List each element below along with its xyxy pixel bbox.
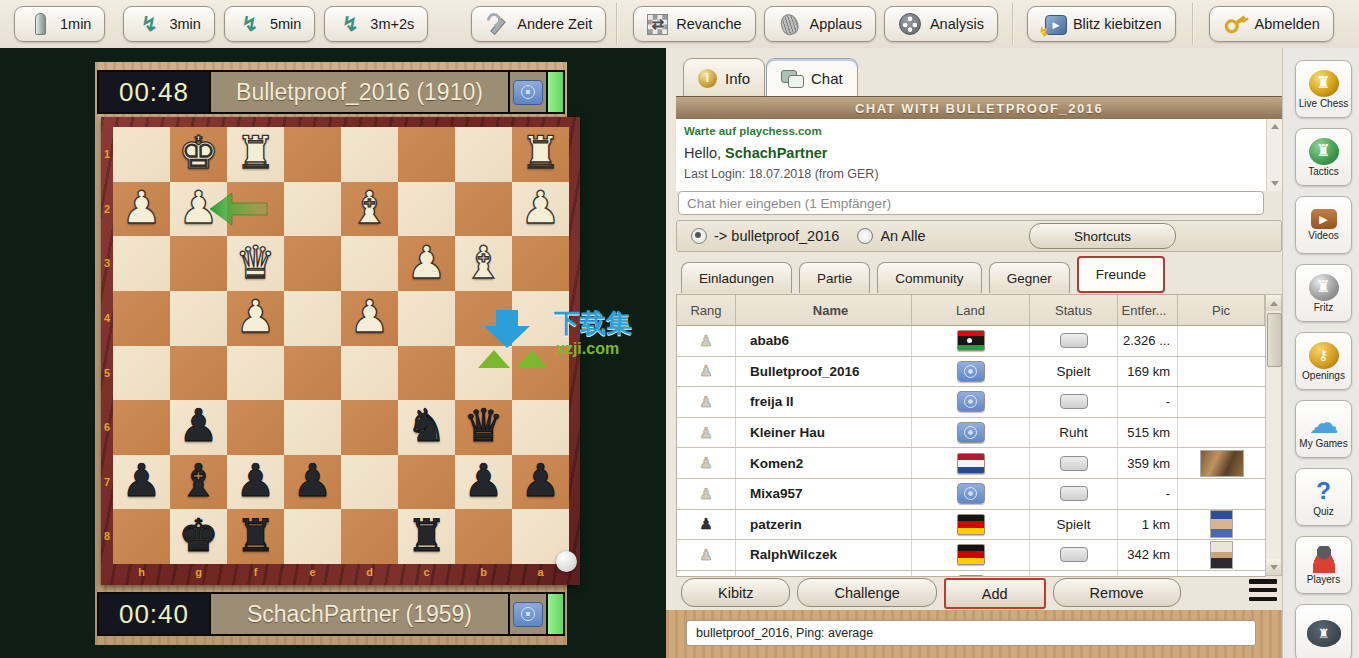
piece-white-pawn[interactable]: ♟ [349,294,389,339]
pawn-light-icon: ♟ [699,485,712,503]
toolbar-button-label: 1min [60,16,91,32]
3min-button[interactable]: ↯3min [123,6,214,42]
cell-pic [1178,448,1265,478]
square-f2[interactable] [227,182,284,237]
chess-board-frame: 12345678 hgfedcba ♚♜♜♟♟♝♟♛♟♝♟♟♟♞♛♟♝♟♟♟♟♚… [101,117,580,585]
opponent-connection-bar [548,72,563,112]
toolbar-button-label: 3min [169,16,200,32]
sidebar-item-players[interactable]: Players [1295,536,1352,594]
cell-country [912,387,1030,417]
square-d6[interactable] [341,400,398,455]
cell-name: patzerin [736,510,912,540]
chat-header: CHAT WITH BULLETPROOF_2016 [676,96,1282,120]
square-a5[interactable] [512,346,569,401]
cell-pic [1178,540,1265,570]
square-c6[interactable]: ♞ [398,400,455,455]
analysis-button[interactable]: Analysis [884,6,998,42]
square-b1[interactable] [455,127,512,182]
cell-status: Ruht [1030,418,1118,448]
pawn-light-icon: ♟ [699,424,712,442]
square-f8[interactable]: ♜ [227,509,284,564]
square-a3[interactable] [512,236,569,291]
move-indicator-ball [556,551,577,572]
cell-distance: 169 km [1118,357,1178,387]
sidebar-item-label: Players [1307,574,1340,585]
square-g8[interactable]: ♚ [170,509,227,564]
challenge-button[interactable]: Challenge [797,578,936,607]
cell-name: Bulletproof_2016 [736,357,912,387]
toolbar: 1min↯3min↯5min↯3m+2sAndere ZeitRevancheA… [0,0,1359,49]
cell-pic [1178,387,1265,417]
scroll-up-icon[interactable] [1266,295,1281,311]
sidebar-item-label: My Games [1299,438,1347,449]
friends-tabs: EinladungenPartieCommunityGegnerFreunde [681,260,1165,293]
column-header-entfer[interactable]: Entfer... [1118,295,1178,325]
cell-name: Mixa957 [736,479,912,509]
connection-status-strip: bulletproof_2016, Ping: average [666,610,1282,658]
scroll-down-icon[interactable] [1271,181,1279,186]
playchess-window: 1min↯3min↯5min↯3m+2sAndere ZeitRevancheA… [0,0,1359,658]
sidebar-item-live-chess[interactable]: ♜Live Chess [1295,60,1352,118]
cell-status: Spielt [1030,357,1118,387]
file-label: g [170,566,227,578]
cell-country [912,571,1030,577]
cell-country [912,448,1030,478]
un-flag-icon [513,80,543,105]
cell-status [1030,387,1118,417]
status-badge [1060,486,1088,501]
sidebar-item-quiz[interactable]: ?Quiz [1295,468,1352,526]
sidebar-item-fritz[interactable]: ♜Fritz [1295,264,1352,322]
opponent-name: Bulletproof_2016 (1910) [211,72,510,112]
ping-status: bulletproof_2016, Ping: average [686,620,1256,646]
square-h2[interactable]: ♟ [113,182,170,237]
cell-status [1030,448,1118,478]
remove-button[interactable]: Remove [1053,578,1181,607]
table-row[interactable]: ♟freija II- [677,387,1265,418]
square-h8[interactable] [113,509,170,564]
piece-white-rook[interactable]: ♜ [235,130,275,175]
sidebar-item-label: Live Chess [1299,98,1348,109]
status-badge [1060,394,1088,409]
file-label: c [398,566,455,578]
friends-tab-community[interactable]: Community [877,262,981,293]
player-name: SchachPartner (1959) [211,594,510,634]
chat-scrollbar[interactable] [1266,119,1283,191]
cell-distance: 342 km [1118,540,1178,570]
lightning-icon: ↯ [338,12,362,36]
piece-black-king[interactable]: ♚ [178,513,218,558]
table-row[interactable]: ♟patzerinSpielt1 km [677,510,1265,541]
info-icon: i [698,69,717,88]
square-e2[interactable] [284,182,341,237]
menu-hamburger-icon[interactable] [1249,579,1277,601]
square-a4[interactable] [512,291,569,346]
game-area: 00:48 Bulletproof_2016 (1910) 12345678 h… [0,48,666,658]
piece-white-bishop[interactable]: ♝ [349,185,389,230]
piece-black-rook[interactable]: ♜ [406,513,446,558]
square-h1[interactable] [113,127,170,182]
cell-status: Spielt [1030,510,1118,540]
piece-black-pawn[interactable]: ♟ [235,458,275,503]
pawn-light-icon: ♟ [699,332,712,350]
scroll-up-icon[interactable] [1271,124,1279,129]
square-c3[interactable]: ♟ [398,236,455,291]
piece-white-queen[interactable]: ♛ [235,240,275,285]
chat-bubbles-icon [781,70,803,87]
blitz-kiebitzen-button[interactable]: Blitz kiebitzen [1027,6,1176,42]
key-icon [1218,7,1251,40]
3m-2s-button[interactable]: ↯3m+2s [324,6,428,42]
square-b4[interactable] [455,291,512,346]
column-header-rang[interactable]: Rang [677,295,736,325]
cell-pic [1178,326,1265,356]
sidebar-item-tactics[interactable]: ♜Tactics [1295,128,1352,186]
sidebar-item-videos[interactable]: ▶Videos [1295,196,1352,254]
square-g5[interactable] [170,346,227,401]
ger-flag-icon [957,514,985,535]
cell-country [912,326,1030,356]
chat-message-system: Warte auf playchess.com [684,125,1266,137]
column-header-land[interactable]: Land [912,295,1030,325]
radio-all[interactable] [857,228,873,244]
cell-country [912,479,1030,509]
square-a1[interactable]: ♜ [512,127,569,182]
rank-label: 8 [101,530,113,542]
piece-white-king[interactable]: ♚ [178,130,218,175]
players-icon [1309,546,1339,573]
shortcuts-button[interactable]: Shortcuts [1029,223,1176,249]
square-b3[interactable]: ♝ [455,236,512,291]
cell-rank: ♟ [677,418,736,448]
cell-distance: - [1118,387,1178,417]
square-h4[interactable] [113,291,170,346]
square-g3[interactable] [170,236,227,291]
table-header-row: RangNameLandStatusEntfer...Pic [677,295,1265,326]
table-row[interactable]: ♟RalphWilczek342 km [677,540,1265,571]
chat-input[interactable] [678,191,1264,215]
cell-status [1030,540,1118,570]
cell-distance: 359 km [1118,448,1178,478]
cell-name: freija II [736,387,912,417]
chat-bubble-icon: ♜ [1307,620,1341,647]
piece-black-pawn[interactable]: ♟ [292,458,332,503]
cell-country [912,510,1030,540]
square-f4[interactable]: ♟ [227,291,284,346]
cell-rank: ♟ [677,540,736,570]
pawn-light-icon: ♟ [699,362,712,380]
square-d4[interactable]: ♟ [341,291,398,346]
sidebar-item-my-games[interactable]: ☁My Games [1295,400,1352,458]
square-h3[interactable] [113,236,170,291]
square-b7[interactable]: ♟ [455,455,512,510]
square-e7[interactable]: ♟ [284,455,341,510]
recipient-bar: -> bulletproof_2016 An Alle Shortcuts [676,220,1282,252]
square-f3[interactable]: ♛ [227,236,284,291]
square-a6[interactable] [512,400,569,455]
cell-status [1030,479,1118,509]
cell-status [1030,326,1118,356]
square-b5[interactable] [455,346,512,401]
square-f7[interactable]: ♟ [227,455,284,510]
friends-tab-gegner[interactable]: Gegner [989,262,1070,293]
radio-all-label: An Alle [880,228,925,244]
friends-action-bar: KibitzChallengeAddRemove [681,578,1181,609]
square-c7[interactable] [398,455,455,510]
square-e4[interactable] [284,291,341,346]
square-b2[interactable] [455,182,512,237]
square-b8[interactable] [455,509,512,564]
file-label: b [455,566,512,578]
videos-icon: ▶ [1311,209,1337,229]
square-g4[interactable] [170,291,227,346]
cell-rank: ♟ [677,448,736,478]
sidebar-item-label: Quiz [1313,506,1334,517]
status-badge [1060,456,1088,471]
table-row[interactable]: ♟Komen2359 km [677,448,1265,479]
file-label: e [284,566,341,578]
piece-white-pawn[interactable]: ♟ [178,185,218,230]
tab-info[interactable]: i Info [683,58,765,97]
toolbar-button-label: 5min [270,16,301,32]
sidebar-item-openings[interactable]: ⚷Openings [1295,332,1352,390]
add-button[interactable]: Add [944,578,1046,609]
toolbar-button-label: Analysis [930,16,984,32]
cell-pic [1178,479,1265,509]
sidebar-item-chat[interactable]: ♜ [1295,604,1352,658]
opponent-clock: 00:48 [99,72,211,112]
un-flag-icon [957,483,985,504]
status-badge [1060,333,1088,348]
square-e5[interactable] [284,346,341,401]
sidebar-item-label: Fritz [1314,302,1333,313]
cell-rank [677,571,736,577]
square-d8[interactable] [341,509,398,564]
status-badge [1060,547,1088,562]
tab-chat-label: Chat [811,70,843,87]
sidebar-item-label: Videos [1308,230,1338,241]
toolbar-button-label: Abmelden [1255,16,1320,32]
un-flag-icon [513,602,543,627]
scroll-down-icon[interactable] [1266,559,1281,575]
cell-status [1030,571,1118,577]
piece-black-pawn[interactable]: ♟ [121,458,161,503]
piece-black-queen[interactable]: ♛ [463,403,503,448]
square-d2[interactable]: ♝ [341,182,398,237]
opponent-bar: 00:48 Bulletproof_2016 (1910) [97,70,565,114]
cell-name: Kleiner Hau [736,418,912,448]
opponent-flag-box[interactable] [510,72,548,112]
applaus-button[interactable]: Applaus [764,6,876,42]
ger-flag-icon [957,544,985,565]
piece-white-pawn[interactable]: ♟ [121,185,161,230]
1min-button[interactable]: 1min [14,6,105,42]
friends-tab-freunde[interactable]: Freunde [1077,256,1165,293]
piece-white-pawn[interactable]: ♟ [235,294,275,339]
square-c4[interactable] [398,291,455,346]
square-d1[interactable] [341,127,398,182]
tab-chat[interactable]: Chat [766,58,858,97]
piece-black-pawn[interactable]: ♟ [463,458,503,503]
chat-messages: Warte auf playchess.com Hello, SchachPar… [676,119,1266,191]
un-flag-icon [957,361,985,382]
pawn-dark-icon: ♟ [699,515,712,533]
cell-rank: ♟ [677,357,736,387]
right-panel: i Info Chat CHAT WITH BULLETPROOF_2016 W… [666,48,1282,658]
square-h6[interactable] [113,400,170,455]
file-label: h [113,566,170,578]
square-f5[interactable] [227,346,284,401]
toolbar-separator [616,3,617,45]
rank-label: 5 [101,367,113,379]
abmelden-button[interactable]: Abmelden [1209,6,1334,42]
cell-pic [1178,357,1265,387]
wrench-icon [485,12,509,36]
tactics-icon: ♜ [1309,138,1339,165]
rematch-icon [647,14,668,35]
square-g6[interactable]: ♟ [170,400,227,455]
square-c5[interactable] [398,346,455,401]
cell-distance [1118,571,1178,577]
cell-name: Komen2 [736,448,912,478]
rank-label: 3 [101,257,113,269]
square-g7[interactable]: ♝ [170,455,227,510]
square-c2[interactable] [398,182,455,237]
cell-country [912,418,1030,448]
friends-tab-einladungen[interactable]: Einladungen [681,262,792,293]
my-games-icon: ☁ [1309,410,1339,437]
nld-flag-icon [957,453,985,474]
square-e6[interactable] [284,400,341,455]
scrollbar-thumb[interactable] [1267,313,1282,367]
lby-flag-icon [957,330,985,351]
bullet-icon [28,12,52,36]
radio-direct-recipient[interactable] [691,228,707,244]
player-flag-box[interactable] [510,594,548,634]
square-g2[interactable]: ♟ [170,182,227,237]
table-row[interactable]: ♟Bulletproof_2016Spielt169 km [677,357,1265,388]
table-row[interactable]: ♟Kleiner HauRuht515 km [677,418,1265,449]
file-label: f [227,566,284,578]
chat-message-greeting: Hello, SchachPartner [684,145,1266,161]
piece-black-knight[interactable]: ♞ [406,403,446,448]
piece-black-rook[interactable]: ♜ [235,513,275,558]
board-wood-backdrop: 00:48 Bulletproof_2016 (1910) 12345678 h… [95,62,567,645]
square-f1[interactable]: ♜ [227,127,284,182]
friends-table: RangNameLandStatusEntfer...Pic♟abab62.32… [676,294,1266,577]
cell-rank: ♟ [677,510,736,540]
piece-white-rook[interactable]: ♜ [520,130,560,175]
player-clock: 00:40 [99,594,211,634]
table-row[interactable]: ♟Mixa957- [677,479,1265,510]
rank-label: 7 [101,476,113,488]
toolbar-button-label: 3m+2s [370,16,414,32]
square-b6[interactable]: ♛ [455,400,512,455]
avatar [1210,510,1233,538]
live-chess-icon: ♜ [1309,70,1339,97]
toolbar-button-label: Revanche [676,16,741,32]
friends-tab-partie[interactable]: Partie [799,262,870,293]
square-d3[interactable] [341,236,398,291]
square-d7[interactable] [341,455,398,510]
table-row[interactable]: ♟abab62.326 ... [677,326,1265,357]
cell-distance: 2.326 ... [1118,326,1178,356]
square-g1[interactable]: ♚ [170,127,227,182]
radio-direct-label: -> bulletproof_2016 [714,228,839,244]
sidebar-item-label: Openings [1302,370,1345,381]
toolbar-button-label: Applaus [810,16,862,32]
cell-pic [1178,571,1265,577]
sidebar-item-label: Tactics [1308,166,1339,177]
5min-button[interactable]: ↯5min [224,6,315,42]
column-header-status[interactable]: Status [1030,295,1118,325]
player-bar: 00:40 SchachPartner (1959) [97,592,565,636]
square-h7[interactable]: ♟ [113,455,170,510]
square-h5[interactable] [113,346,170,401]
piece-black-bishop[interactable]: ♝ [178,458,218,503]
piece-white-pawn[interactable]: ♟ [520,185,560,230]
lightning-icon: ↯ [238,12,262,36]
rank-label: 6 [101,421,113,433]
un-flag-icon [957,391,985,412]
piece-white-bishop[interactable]: ♝ [463,240,503,285]
square-e8[interactable] [284,509,341,564]
piece-white-pawn[interactable]: ♟ [406,240,446,285]
cell-rank: ♟ [677,387,736,417]
pawn-light-icon: ♟ [699,393,712,411]
quiz-icon: ? [1309,478,1339,505]
pawn-light-icon: ♟ [699,454,712,472]
cell-rank: ♟ [677,326,736,356]
chess-board[interactable]: ♚♜♜♟♟♝♟♛♟♝♟♟♟♞♛♟♝♟♟♟♟♚♜♜ [113,127,569,564]
square-e1[interactable] [284,127,341,182]
column-header-pic[interactable]: Pic [1178,295,1265,325]
square-f6[interactable] [227,400,284,455]
avatar [1200,450,1244,477]
cell-name: RalphWilczek [736,540,912,570]
piece-black-pawn[interactable]: ♟ [178,403,218,448]
cell-distance: 515 km [1118,418,1178,448]
player-connection-bar [548,594,563,634]
lightning-icon: ↯ [137,12,161,36]
kibitz-play-icon [1041,12,1065,36]
cell-country [912,540,1030,570]
pawn-light-icon: ♟ [699,546,712,564]
piece-black-pawn[interactable]: ♟ [520,458,560,503]
kibitz-button[interactable]: Kibitz [681,578,790,607]
un-flag-icon [957,575,985,577]
square-a2[interactable]: ♟ [512,182,569,237]
app-sidebar: ♜Live Chess♜Tactics▶Videos♜Fritz⚷Opening… [1282,48,1359,658]
cell-name: abab6 [736,326,912,356]
column-header-name[interactable]: Name [736,295,912,325]
square-d5[interactable] [341,346,398,401]
applause-icon [778,12,802,36]
cell-pic [1178,510,1265,540]
file-label: d [341,566,398,578]
square-a7[interactable]: ♟ [512,455,569,510]
revanche-button[interactable]: Revanche [633,6,755,42]
andere-zeit-button[interactable]: Andere Zeit [471,6,606,42]
rank-labels: 12345678 [101,127,113,564]
square-c8[interactable]: ♜ [398,509,455,564]
toolbar-button-label: Blitz kiebitzen [1073,16,1162,32]
table-row[interactable] [677,571,1265,577]
friends-table-scrollbar[interactable] [1265,294,1282,576]
square-e3[interactable] [284,236,341,291]
square-c1[interactable] [398,127,455,182]
tab-info-label: Info [725,70,750,87]
